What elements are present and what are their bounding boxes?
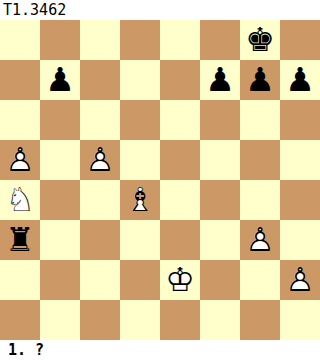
- piece-black-rook[interactable]: ♜: [0, 220, 40, 260]
- square-g3[interactable]: ♟♙: [240, 220, 280, 260]
- square-f7[interactable]: ♟: [200, 60, 240, 100]
- piece-white-pawn[interactable]: ♟♙: [280, 260, 320, 300]
- square-d4[interactable]: ♝♗: [120, 180, 160, 220]
- square-e3[interactable]: [160, 220, 200, 260]
- square-h1[interactable]: [280, 300, 320, 340]
- square-c5[interactable]: ♟♙: [80, 140, 120, 180]
- piece-white-bishop[interactable]: ♝♗: [120, 180, 160, 220]
- square-g5[interactable]: [240, 140, 280, 180]
- move-prompt: 1. ?: [8, 341, 44, 359]
- piece-black-pawn[interactable]: ♟: [40, 60, 80, 100]
- square-b4[interactable]: [40, 180, 80, 220]
- piece-white-pawn[interactable]: ♟♙: [0, 140, 40, 180]
- square-a5[interactable]: ♟♙: [0, 140, 40, 180]
- square-b7[interactable]: ♟: [40, 60, 80, 100]
- square-e1[interactable]: [160, 300, 200, 340]
- square-d5[interactable]: [120, 140, 160, 180]
- square-a2[interactable]: [0, 260, 40, 300]
- square-c8[interactable]: [80, 20, 120, 60]
- square-a3[interactable]: ♜: [0, 220, 40, 260]
- square-d2[interactable]: [120, 260, 160, 300]
- square-f2[interactable]: [200, 260, 240, 300]
- square-f8[interactable]: [200, 20, 240, 60]
- square-a7[interactable]: [0, 60, 40, 100]
- piece-white-knight[interactable]: ♞♘: [0, 180, 40, 220]
- square-b3[interactable]: [40, 220, 80, 260]
- square-d6[interactable]: [120, 100, 160, 140]
- puzzle-id: T1.3462: [3, 1, 66, 19]
- square-c4[interactable]: [80, 180, 120, 220]
- square-b1[interactable]: [40, 300, 80, 340]
- piece-black-pawn[interactable]: ♟: [200, 60, 240, 100]
- white-pawn-outline: ♙: [280, 260, 320, 300]
- white-pawn-outline: ♙: [80, 140, 120, 180]
- title-bar: T1.3462: [0, 0, 320, 20]
- chess-board: ♚♟♟♟♟♟♙♟♙♞♘♝♗♜♟♙♚♔♟♙: [0, 20, 320, 340]
- square-a1[interactable]: [0, 300, 40, 340]
- square-c6[interactable]: [80, 100, 120, 140]
- white-pawn-outline: ♙: [240, 220, 280, 260]
- square-f5[interactable]: [200, 140, 240, 180]
- square-f6[interactable]: [200, 100, 240, 140]
- square-f3[interactable]: [200, 220, 240, 260]
- black-pawn-glyph: ♟: [200, 60, 240, 100]
- white-pawn-outline: ♙: [0, 140, 40, 180]
- square-f4[interactable]: [200, 180, 240, 220]
- square-g4[interactable]: [240, 180, 280, 220]
- square-a6[interactable]: [0, 100, 40, 140]
- square-g2[interactable]: [240, 260, 280, 300]
- square-h4[interactable]: [280, 180, 320, 220]
- piece-black-king[interactable]: ♚: [240, 20, 280, 60]
- square-h3[interactable]: [280, 220, 320, 260]
- square-g6[interactable]: [240, 100, 280, 140]
- square-c7[interactable]: [80, 60, 120, 100]
- black-pawn-glyph: ♟: [240, 60, 280, 100]
- square-h5[interactable]: [280, 140, 320, 180]
- square-g8[interactable]: ♚: [240, 20, 280, 60]
- square-b2[interactable]: [40, 260, 80, 300]
- square-c2[interactable]: [80, 260, 120, 300]
- black-rook-glyph: ♜: [0, 220, 40, 260]
- white-king-outline: ♔: [160, 260, 200, 300]
- piece-black-pawn[interactable]: ♟: [240, 60, 280, 100]
- square-e8[interactable]: [160, 20, 200, 60]
- square-c1[interactable]: [80, 300, 120, 340]
- square-e7[interactable]: [160, 60, 200, 100]
- square-d3[interactable]: [120, 220, 160, 260]
- square-d1[interactable]: [120, 300, 160, 340]
- black-pawn-glyph: ♟: [40, 60, 80, 100]
- white-knight-outline: ♘: [0, 180, 40, 220]
- square-b8[interactable]: [40, 20, 80, 60]
- square-b6[interactable]: [40, 100, 80, 140]
- square-h2[interactable]: ♟♙: [280, 260, 320, 300]
- square-d8[interactable]: [120, 20, 160, 60]
- square-h7[interactable]: ♟: [280, 60, 320, 100]
- white-bishop-outline: ♗: [120, 180, 160, 220]
- piece-black-pawn[interactable]: ♟: [280, 60, 320, 100]
- move-bar: 1. ?: [0, 340, 320, 360]
- black-pawn-glyph: ♟: [280, 60, 320, 100]
- square-e2[interactable]: ♚♔: [160, 260, 200, 300]
- piece-white-pawn[interactable]: ♟♙: [240, 220, 280, 260]
- square-g1[interactable]: [240, 300, 280, 340]
- square-a4[interactable]: ♞♘: [0, 180, 40, 220]
- piece-white-pawn[interactable]: ♟♙: [80, 140, 120, 180]
- square-h6[interactable]: [280, 100, 320, 140]
- square-f1[interactable]: [200, 300, 240, 340]
- black-king-glyph: ♚: [240, 20, 280, 60]
- square-e5[interactable]: [160, 140, 200, 180]
- square-c3[interactable]: [80, 220, 120, 260]
- square-e6[interactable]: [160, 100, 200, 140]
- square-h8[interactable]: [280, 20, 320, 60]
- square-b5[interactable]: [40, 140, 80, 180]
- square-a8[interactable]: [0, 20, 40, 60]
- square-g7[interactable]: ♟: [240, 60, 280, 100]
- piece-white-king[interactable]: ♚♔: [160, 260, 200, 300]
- square-e4[interactable]: [160, 180, 200, 220]
- square-d7[interactable]: [120, 60, 160, 100]
